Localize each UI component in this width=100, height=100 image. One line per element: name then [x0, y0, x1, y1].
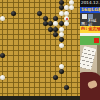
white-stone [0, 75, 5, 80]
datetime-text: 2014.12.31 [81, 1, 100, 5]
black-player-label: 黑: [81, 21, 87, 26]
app-window: 2014.12.31 16届LG杯决赛 黑: 朴廷桓 白: 金志锡 [0, 0, 100, 100]
event-title-text: 16届LG杯决赛 [81, 8, 100, 12]
black-stone [11, 11, 16, 16]
green-status-area [80, 36, 100, 45]
player-photo [80, 45, 100, 100]
white-player-row: 白: 金志锡 [80, 26, 100, 33]
board-intersection[interactable] [59, 43, 64, 48]
white-player-name: 金志锡 [88, 27, 100, 31]
go-board-grid [0, 0, 80, 96]
white-stone [59, 43, 64, 48]
info-panel: 2014.12.31 16届LG杯决赛 黑: 朴廷桓 白: 金志锡 [80, 0, 100, 100]
white-stone [64, 11, 69, 16]
black-stone [48, 27, 53, 32]
player-photo-thumbnail [82, 14, 87, 20]
board-intersection[interactable] [11, 11, 16, 16]
white-stone [59, 64, 64, 69]
black-stone [43, 16, 48, 21]
last-move-marker [66, 18, 68, 20]
board-bottom-edge [0, 96, 80, 100]
players-section: 黑: 朴廷桓 [80, 13, 100, 26]
red-button[interactable] [94, 38, 99, 44]
white-stone [59, 32, 64, 37]
white-stone [59, 11, 64, 16]
white-stone [59, 27, 64, 32]
black-stone [59, 0, 64, 5]
folding-fan [80, 46, 96, 70]
white-player-label: 白: [81, 27, 87, 31]
go-board [0, 0, 80, 96]
